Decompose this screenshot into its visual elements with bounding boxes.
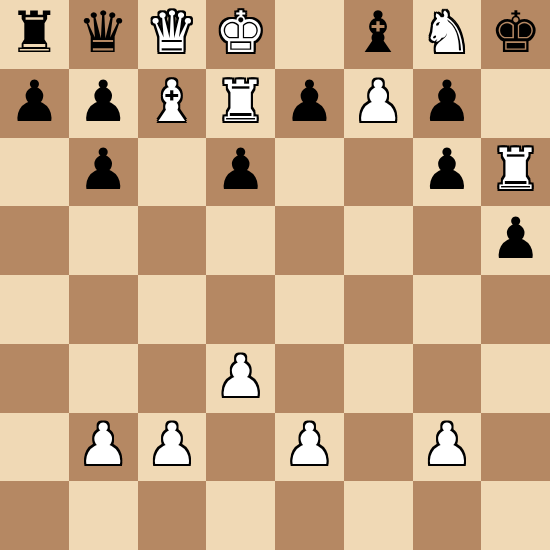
square-e2[interactable]: ♟ — [275, 413, 344, 482]
square-e6[interactable] — [275, 138, 344, 207]
square-f5[interactable] — [344, 206, 413, 275]
square-b6[interactable]: ♟ — [69, 138, 138, 207]
piece-white-pawn[interactable]: ♟ — [353, 73, 404, 130]
square-c4[interactable] — [138, 275, 207, 344]
square-h5[interactable]: ♟ — [481, 206, 550, 275]
square-g5[interactable] — [413, 206, 482, 275]
square-h2[interactable] — [481, 413, 550, 482]
piece-black-pawn[interactable]: ♟ — [421, 73, 472, 130]
square-c8[interactable]: ♛ — [138, 0, 207, 69]
square-e5[interactable] — [275, 206, 344, 275]
square-e3[interactable] — [275, 344, 344, 413]
square-d2[interactable] — [206, 413, 275, 482]
square-h8[interactable]: ♚ — [481, 0, 550, 69]
square-d1[interactable] — [206, 481, 275, 550]
piece-white-pawn[interactable]: ♟ — [78, 416, 129, 473]
square-f4[interactable] — [344, 275, 413, 344]
square-f3[interactable] — [344, 344, 413, 413]
square-g2[interactable]: ♟ — [413, 413, 482, 482]
square-b7[interactable]: ♟ — [69, 69, 138, 138]
square-f1[interactable] — [344, 481, 413, 550]
square-g8[interactable]: ♞ — [413, 0, 482, 69]
square-h3[interactable] — [481, 344, 550, 413]
square-f6[interactable] — [344, 138, 413, 207]
piece-white-knight[interactable]: ♞ — [421, 4, 472, 61]
piece-black-pawn[interactable]: ♟ — [9, 73, 60, 130]
square-g4[interactable] — [413, 275, 482, 344]
square-a2[interactable] — [0, 413, 69, 482]
square-d5[interactable] — [206, 206, 275, 275]
chess-board: ♜♛♛♚♝♞♚♟♟♝♜♟♟♟♟♟♟♜♟♟♟♟♟♟ — [0, 0, 550, 550]
square-c2[interactable]: ♟ — [138, 413, 207, 482]
square-g6[interactable]: ♟ — [413, 138, 482, 207]
square-e7[interactable]: ♟ — [275, 69, 344, 138]
piece-white-bishop[interactable]: ♝ — [146, 73, 197, 130]
square-f2[interactable] — [344, 413, 413, 482]
square-h7[interactable] — [481, 69, 550, 138]
square-b1[interactable] — [69, 481, 138, 550]
piece-white-pawn[interactable]: ♟ — [146, 416, 197, 473]
square-c5[interactable] — [138, 206, 207, 275]
piece-black-queen[interactable]: ♛ — [78, 4, 129, 61]
square-a4[interactable] — [0, 275, 69, 344]
square-d6[interactable]: ♟ — [206, 138, 275, 207]
square-a7[interactable]: ♟ — [0, 69, 69, 138]
piece-black-pawn[interactable]: ♟ — [78, 141, 129, 198]
square-g1[interactable] — [413, 481, 482, 550]
square-d8[interactable]: ♚ — [206, 0, 275, 69]
square-a1[interactable] — [0, 481, 69, 550]
square-a3[interactable] — [0, 344, 69, 413]
square-e1[interactable] — [275, 481, 344, 550]
square-e8[interactable] — [275, 0, 344, 69]
square-b5[interactable] — [69, 206, 138, 275]
piece-white-rook[interactable]: ♜ — [490, 141, 541, 198]
piece-black-bishop[interactable]: ♝ — [353, 4, 404, 61]
square-d4[interactable] — [206, 275, 275, 344]
piece-white-rook[interactable]: ♜ — [215, 73, 266, 130]
square-d3[interactable]: ♟ — [206, 344, 275, 413]
piece-black-pawn[interactable]: ♟ — [284, 73, 335, 130]
square-g7[interactable]: ♟ — [413, 69, 482, 138]
piece-black-king[interactable]: ♚ — [490, 4, 541, 61]
piece-black-rook[interactable]: ♜ — [9, 4, 60, 61]
square-a5[interactable] — [0, 206, 69, 275]
square-c7[interactable]: ♝ — [138, 69, 207, 138]
square-g3[interactable] — [413, 344, 482, 413]
piece-white-pawn[interactable]: ♟ — [284, 416, 335, 473]
piece-white-pawn[interactable]: ♟ — [421, 416, 472, 473]
piece-black-pawn[interactable]: ♟ — [490, 210, 541, 267]
square-h1[interactable] — [481, 481, 550, 550]
square-h4[interactable] — [481, 275, 550, 344]
square-c3[interactable] — [138, 344, 207, 413]
square-b8[interactable]: ♛ — [69, 0, 138, 69]
square-b4[interactable] — [69, 275, 138, 344]
square-e4[interactable] — [275, 275, 344, 344]
square-d7[interactable]: ♜ — [206, 69, 275, 138]
piece-black-pawn[interactable]: ♟ — [215, 141, 266, 198]
square-f8[interactable]: ♝ — [344, 0, 413, 69]
square-c6[interactable] — [138, 138, 207, 207]
square-b3[interactable] — [69, 344, 138, 413]
square-a6[interactable] — [0, 138, 69, 207]
square-a8[interactable]: ♜ — [0, 0, 69, 69]
piece-white-queen[interactable]: ♛ — [146, 4, 197, 61]
piece-white-king[interactable]: ♚ — [215, 4, 266, 61]
square-h6[interactable]: ♜ — [481, 138, 550, 207]
square-f7[interactable]: ♟ — [344, 69, 413, 138]
piece-white-pawn[interactable]: ♟ — [215, 348, 266, 405]
square-b2[interactable]: ♟ — [69, 413, 138, 482]
square-c1[interactable] — [138, 481, 207, 550]
piece-black-pawn[interactable]: ♟ — [421, 141, 472, 198]
piece-black-pawn[interactable]: ♟ — [78, 73, 129, 130]
